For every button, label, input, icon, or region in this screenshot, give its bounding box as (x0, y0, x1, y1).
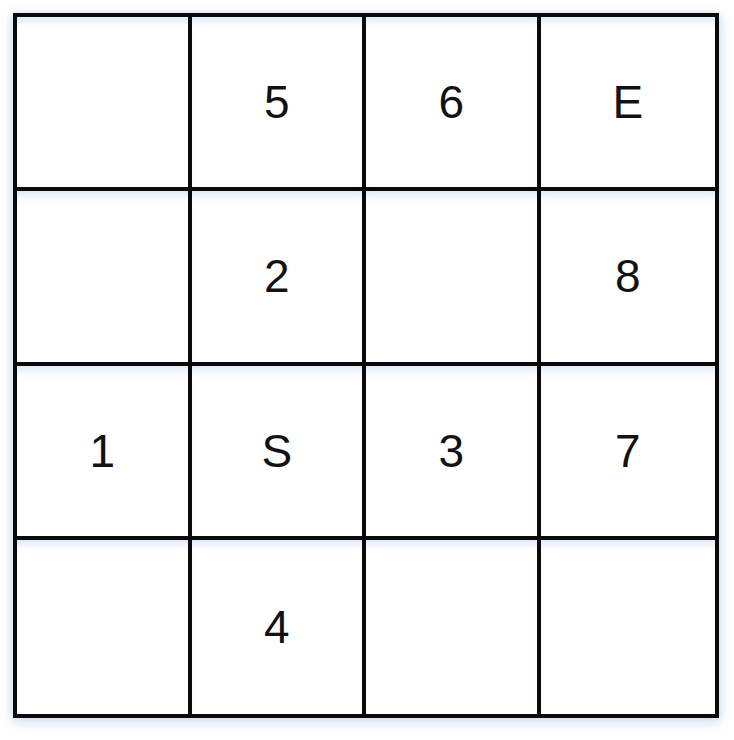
cell-r0c2: 6 (366, 17, 541, 191)
cell-r0c3: E (541, 17, 716, 191)
cell-r2c2: 3 (366, 366, 541, 540)
cell-r3c0 (17, 540, 192, 714)
puzzle-board: 5 6 E 2 8 1 S 3 7 4 (13, 13, 719, 718)
cell-r1c3: 8 (541, 191, 716, 365)
cell-r3c2 (366, 540, 541, 714)
cell-r2c1: S (192, 366, 367, 540)
cell-r3c1: 4 (192, 540, 367, 714)
cell-r1c0 (17, 191, 192, 365)
cell-r2c3: 7 (541, 366, 716, 540)
cell-r2c0: 1 (17, 366, 192, 540)
cell-r1c2 (366, 191, 541, 365)
cell-r0c0 (17, 17, 192, 191)
cell-r1c1: 2 (192, 191, 367, 365)
cell-r3c3 (541, 540, 716, 714)
cell-r0c1: 5 (192, 17, 367, 191)
